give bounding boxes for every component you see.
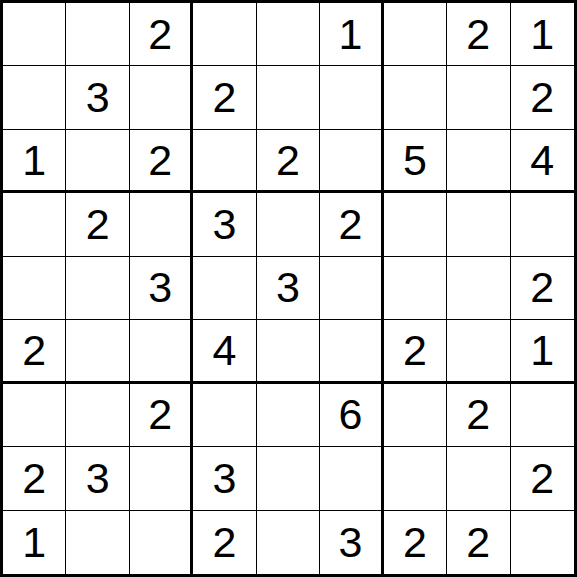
cell-r6c4[interactable]: 4 xyxy=(193,320,256,383)
cell-r9c8[interactable]: 2 xyxy=(447,511,510,574)
cell-r8c1[interactable]: 2 xyxy=(3,447,66,510)
cell-r7c2[interactable] xyxy=(66,384,129,447)
cell-r3c9[interactable]: 4 xyxy=(511,130,574,193)
cell-r1c7[interactable] xyxy=(384,3,447,66)
cell-r1c9[interactable]: 1 xyxy=(511,3,574,66)
sudoku-grid: 2121322122542323322421262233212322 xyxy=(0,0,577,577)
sudoku-board: 2121322122542323322421262233212322 xyxy=(0,0,577,577)
cell-r6c9[interactable]: 1 xyxy=(511,320,574,383)
cell-r7c6[interactable]: 6 xyxy=(320,384,383,447)
cell-r2c9[interactable]: 2 xyxy=(511,66,574,129)
cell-r9c2[interactable] xyxy=(66,511,129,574)
cell-r6c8[interactable] xyxy=(447,320,510,383)
cell-r4c4[interactable]: 3 xyxy=(193,193,256,256)
cell-r1c4[interactable] xyxy=(193,3,256,66)
cell-r3c4[interactable] xyxy=(193,130,256,193)
cell-r5c9[interactable]: 2 xyxy=(511,257,574,320)
cell-r6c2[interactable] xyxy=(66,320,129,383)
cell-r8c8[interactable] xyxy=(447,447,510,510)
cell-r3c8[interactable] xyxy=(447,130,510,193)
cell-r8c5[interactable] xyxy=(257,447,320,510)
cell-r3c7[interactable]: 5 xyxy=(384,130,447,193)
cell-r6c7[interactable]: 2 xyxy=(384,320,447,383)
cell-r5c3[interactable]: 3 xyxy=(130,257,193,320)
cell-r8c3[interactable] xyxy=(130,447,193,510)
cell-r8c7[interactable] xyxy=(384,447,447,510)
cell-r1c2[interactable] xyxy=(66,3,129,66)
cell-r7c5[interactable] xyxy=(257,384,320,447)
cell-r1c6[interactable]: 1 xyxy=(320,3,383,66)
cell-r1c3[interactable]: 2 xyxy=(130,3,193,66)
cell-r2c3[interactable] xyxy=(130,66,193,129)
cell-r7c7[interactable] xyxy=(384,384,447,447)
cell-r8c2[interactable]: 3 xyxy=(66,447,129,510)
cell-r3c2[interactable] xyxy=(66,130,129,193)
cell-r9c6[interactable]: 3 xyxy=(320,511,383,574)
cell-r9c3[interactable] xyxy=(130,511,193,574)
cell-r5c5[interactable]: 3 xyxy=(257,257,320,320)
cell-r2c8[interactable] xyxy=(447,66,510,129)
cell-r2c6[interactable] xyxy=(320,66,383,129)
cell-r7c8[interactable]: 2 xyxy=(447,384,510,447)
cell-r4c6[interactable]: 2 xyxy=(320,193,383,256)
cell-r4c5[interactable] xyxy=(257,193,320,256)
cell-r6c6[interactable] xyxy=(320,320,383,383)
cell-r4c2[interactable]: 2 xyxy=(66,193,129,256)
cell-r6c1[interactable]: 2 xyxy=(3,320,66,383)
cell-r4c7[interactable] xyxy=(384,193,447,256)
cell-r4c3[interactable] xyxy=(130,193,193,256)
cell-r7c1[interactable] xyxy=(3,384,66,447)
cell-r9c4[interactable]: 2 xyxy=(193,511,256,574)
cell-r7c3[interactable]: 2 xyxy=(130,384,193,447)
cell-r9c7[interactable]: 2 xyxy=(384,511,447,574)
cell-r4c9[interactable] xyxy=(511,193,574,256)
cell-r7c4[interactable] xyxy=(193,384,256,447)
cell-r8c9[interactable]: 2 xyxy=(511,447,574,510)
cell-r9c9[interactable] xyxy=(511,511,574,574)
cell-r6c3[interactable] xyxy=(130,320,193,383)
cell-r5c1[interactable] xyxy=(3,257,66,320)
cell-r9c1[interactable]: 1 xyxy=(3,511,66,574)
cell-r9c5[interactable] xyxy=(257,511,320,574)
cell-r1c1[interactable] xyxy=(3,3,66,66)
cell-r5c2[interactable] xyxy=(66,257,129,320)
cell-r3c5[interactable]: 2 xyxy=(257,130,320,193)
cell-r5c7[interactable] xyxy=(384,257,447,320)
cell-r8c6[interactable] xyxy=(320,447,383,510)
cell-r3c6[interactable] xyxy=(320,130,383,193)
cell-r3c3[interactable]: 2 xyxy=(130,130,193,193)
cell-r3c1[interactable]: 1 xyxy=(3,130,66,193)
cell-r1c5[interactable] xyxy=(257,3,320,66)
cell-r2c1[interactable] xyxy=(3,66,66,129)
cell-r4c1[interactable] xyxy=(3,193,66,256)
cell-r2c5[interactable] xyxy=(257,66,320,129)
cell-r1c8[interactable]: 2 xyxy=(447,3,510,66)
cell-r5c4[interactable] xyxy=(193,257,256,320)
cell-r5c6[interactable] xyxy=(320,257,383,320)
cell-r2c2[interactable]: 3 xyxy=(66,66,129,129)
cell-r6c5[interactable] xyxy=(257,320,320,383)
cell-r5c8[interactable] xyxy=(447,257,510,320)
cell-r2c7[interactable] xyxy=(384,66,447,129)
cell-r2c4[interactable]: 2 xyxy=(193,66,256,129)
cell-r4c8[interactable] xyxy=(447,193,510,256)
cell-r8c4[interactable]: 3 xyxy=(193,447,256,510)
cell-r7c9[interactable] xyxy=(511,384,574,447)
